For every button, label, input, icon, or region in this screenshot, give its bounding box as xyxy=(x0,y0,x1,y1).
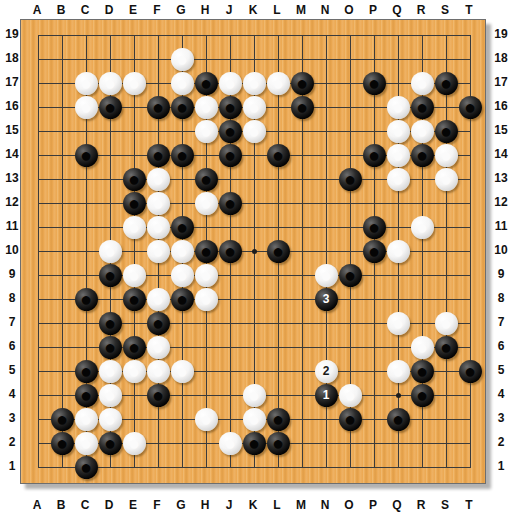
row-label-right: 17 xyxy=(494,75,507,89)
column-label-top: R xyxy=(417,3,426,17)
white-stone-H16[interactable]: ● xyxy=(195,96,218,119)
white-stone-E5[interactable]: ● xyxy=(123,360,146,383)
row-label-left: 2 xyxy=(9,435,16,449)
white-stone-H3[interactable]: ● xyxy=(195,408,218,431)
white-stone-C2[interactable]: ● xyxy=(75,432,98,455)
white-stone-S7[interactable]: ● xyxy=(435,312,458,335)
white-stone-H15[interactable]: ● xyxy=(195,120,218,143)
row-label-left: 12 xyxy=(5,195,18,209)
column-label-bottom: E xyxy=(129,498,137,512)
white-stone-G9[interactable]: ● xyxy=(171,264,194,287)
black-stone-J16[interactable]: ● xyxy=(219,96,242,119)
white-stone-D17[interactable]: ● xyxy=(99,72,122,95)
black-stone-J15[interactable]: ● xyxy=(219,120,242,143)
row-label-left: 14 xyxy=(5,147,18,161)
column-label-top: L xyxy=(273,3,280,17)
column-label-bottom: H xyxy=(201,498,210,512)
black-stone-G16[interactable]: ● xyxy=(171,96,194,119)
row-label-left: 13 xyxy=(5,171,18,185)
row-label-right: 6 xyxy=(498,339,505,353)
white-stone-R11[interactable]: ● xyxy=(411,216,434,239)
black-stone-S6[interactable]: ● xyxy=(435,336,458,359)
column-label-bottom: A xyxy=(33,498,42,512)
black-stone-F7[interactable]: ● xyxy=(147,312,170,335)
column-label-top: F xyxy=(153,3,160,17)
white-stone-C17[interactable]: ● xyxy=(75,72,98,95)
black-stone-F14[interactable]: ● xyxy=(147,144,170,167)
column-label-top: D xyxy=(105,3,114,17)
black-stone-E8[interactable]: ● xyxy=(123,288,146,311)
black-stone-S17[interactable]: ● xyxy=(435,72,458,95)
black-stone-L3[interactable]: ● xyxy=(267,408,290,431)
black-stone-H10[interactable]: ● xyxy=(195,240,218,263)
white-stone-H12[interactable]: ● xyxy=(195,192,218,215)
white-stone-L17[interactable]: ● xyxy=(267,72,290,95)
column-label-bottom: M xyxy=(296,498,306,512)
black-stone-O13[interactable]: ● xyxy=(339,168,362,191)
black-stone-Q3[interactable]: ● xyxy=(387,408,410,431)
black-stone-T5[interactable]: ● xyxy=(459,360,482,383)
black-stone-G8[interactable]: ● xyxy=(171,288,194,311)
column-label-bottom: G xyxy=(176,498,185,512)
black-stone-P10[interactable]: ● xyxy=(363,240,386,263)
column-label-top: C xyxy=(81,3,90,17)
white-stone-D5[interactable]: ● xyxy=(99,360,122,383)
star-point xyxy=(252,249,257,254)
black-stone-C5[interactable]: ● xyxy=(75,360,98,383)
black-stone-R4[interactable]: ● xyxy=(411,384,434,407)
white-stone-D10[interactable]: ● xyxy=(99,240,122,263)
white-stone-Q10[interactable]: ● xyxy=(387,240,410,263)
black-stone-L10[interactable]: ● xyxy=(267,240,290,263)
column-label-top: E xyxy=(129,3,137,17)
white-stone-E9[interactable]: ● xyxy=(123,264,146,287)
black-stone-H13[interactable]: ● xyxy=(195,168,218,191)
black-stone-T16[interactable]: ● xyxy=(459,96,482,119)
column-label-top: A xyxy=(33,3,42,17)
black-stone-O9[interactable]: ● xyxy=(339,264,362,287)
black-stone-R14[interactable]: ● xyxy=(411,144,434,167)
go-board[interactable]: ●●●●●●●●●●●●●●●●●●●●●●●●●●●●●●●●●●●●●●●●… xyxy=(20,19,486,484)
row-label-left: 4 xyxy=(9,387,16,401)
row-label-left: 18 xyxy=(5,51,18,65)
black-stone-C8[interactable]: ● xyxy=(75,288,98,311)
white-stone-R17[interactable]: ● xyxy=(411,72,434,95)
black-stone-D6[interactable]: ● xyxy=(99,336,122,359)
column-label-bottom: O xyxy=(344,498,353,512)
white-stone-G10[interactable]: ● xyxy=(171,240,194,263)
black-stone-H17[interactable]: ● xyxy=(195,72,218,95)
black-stone-J14[interactable]: ● xyxy=(219,144,242,167)
black-stone-F4[interactable]: ● xyxy=(147,384,170,407)
white-stone-S14[interactable]: ● xyxy=(435,144,458,167)
row-label-right: 5 xyxy=(498,363,505,377)
white-stone-N9[interactable]: ● xyxy=(315,264,338,287)
white-stone-F8[interactable]: ● xyxy=(147,288,170,311)
white-stone-J17[interactable]: ● xyxy=(219,72,242,95)
column-label-bottom: T xyxy=(465,498,472,512)
white-stone-F11[interactable]: ● xyxy=(147,216,170,239)
column-label-top: Q xyxy=(392,3,401,17)
white-stone-R15[interactable]: ● xyxy=(411,120,434,143)
row-label-left: 16 xyxy=(5,99,18,113)
white-stone-F13[interactable]: ● xyxy=(147,168,170,191)
white-stone-E2[interactable]: ● xyxy=(123,432,146,455)
row-label-right: 18 xyxy=(494,51,507,65)
black-stone-R16[interactable]: ● xyxy=(411,96,434,119)
white-stone-F12[interactable]: ● xyxy=(147,192,170,215)
white-stone-K15[interactable]: ● xyxy=(243,120,266,143)
black-stone-E12[interactable]: ● xyxy=(123,192,146,215)
black-stone-P11[interactable]: ● xyxy=(363,216,386,239)
white-stone-E11[interactable]: ● xyxy=(123,216,146,239)
black-stone-M16[interactable]: ● xyxy=(291,96,314,119)
row-label-left: 10 xyxy=(5,243,18,257)
white-stone-R6[interactable]: ● xyxy=(411,336,434,359)
white-stone-F6[interactable]: ● xyxy=(147,336,170,359)
black-stone-P17[interactable]: ● xyxy=(363,72,386,95)
white-stone-G18[interactable]: ● xyxy=(171,48,194,71)
row-label-right: 11 xyxy=(495,219,508,233)
row-label-right: 12 xyxy=(494,195,507,209)
column-label-bottom: S xyxy=(441,498,449,512)
black-stone-N8[interactable]: 3 xyxy=(315,288,338,311)
white-stone-Q7[interactable]: ● xyxy=(387,312,410,335)
black-stone-M17[interactable]: ● xyxy=(291,72,314,95)
black-stone-R5[interactable]: ● xyxy=(411,360,434,383)
white-stone-K4[interactable]: ● xyxy=(243,384,266,407)
row-label-right: 10 xyxy=(494,243,507,257)
white-stone-D3[interactable]: ● xyxy=(99,408,122,431)
row-label-right: 19 xyxy=(494,27,507,41)
black-stone-C14[interactable]: ● xyxy=(75,144,98,167)
black-stone-J10[interactable]: ● xyxy=(219,240,242,263)
column-label-bottom: N xyxy=(321,498,330,512)
black-stone-D2[interactable]: ● xyxy=(99,432,122,455)
row-label-right: 3 xyxy=(498,411,505,425)
column-label-top: H xyxy=(201,3,210,17)
column-label-bottom: P xyxy=(369,498,377,512)
column-label-bottom: B xyxy=(57,498,66,512)
row-label-right: 7 xyxy=(498,315,505,329)
column-label-top: B xyxy=(57,3,66,17)
row-label-left: 19 xyxy=(5,27,18,41)
white-stone-O4[interactable]: ● xyxy=(339,384,362,407)
move-number-label: 3 xyxy=(315,288,338,311)
row-label-right: 15 xyxy=(494,123,507,137)
white-stone-K3[interactable]: ● xyxy=(243,408,266,431)
row-label-left: 17 xyxy=(5,75,18,89)
black-stone-L2[interactable]: ● xyxy=(267,432,290,455)
white-stone-Q16[interactable]: ● xyxy=(387,96,410,119)
white-stone-N5[interactable]: 2 xyxy=(315,360,338,383)
row-label-left: 11 xyxy=(6,219,19,233)
black-stone-D9[interactable]: ● xyxy=(99,264,122,287)
black-stone-E6[interactable]: ● xyxy=(123,336,146,359)
column-label-bottom: L xyxy=(273,498,280,512)
black-stone-O3[interactable]: ● xyxy=(339,408,362,431)
column-label-top: M xyxy=(296,3,306,17)
column-label-bottom: Q xyxy=(392,498,401,512)
white-stone-Q14[interactable]: ● xyxy=(387,144,410,167)
white-stone-G5[interactable]: ● xyxy=(171,360,194,383)
white-stone-K16[interactable]: ● xyxy=(243,96,266,119)
column-label-bottom: J xyxy=(226,498,233,512)
black-stone-D16[interactable]: ● xyxy=(99,96,122,119)
white-stone-G17[interactable]: ● xyxy=(171,72,194,95)
column-label-bottom: R xyxy=(417,498,426,512)
column-label-bottom: K xyxy=(249,498,258,512)
white-stone-K17[interactable]: ● xyxy=(243,72,266,95)
black-stone-D7[interactable]: ● xyxy=(99,312,122,335)
white-stone-F5[interactable]: ● xyxy=(147,360,170,383)
black-stone-C1[interactable]: ● xyxy=(75,456,98,479)
white-stone-J2[interactable]: ● xyxy=(219,432,242,455)
white-stone-Q15[interactable]: ● xyxy=(387,120,410,143)
black-stone-N4[interactable]: 1 xyxy=(315,384,338,407)
row-label-left: 6 xyxy=(9,339,16,353)
white-stone-S13[interactable]: ● xyxy=(435,168,458,191)
white-stone-E17[interactable]: ● xyxy=(123,72,146,95)
column-label-bottom: F xyxy=(153,498,160,512)
column-label-top: P xyxy=(369,3,377,17)
row-label-right: 14 xyxy=(494,147,507,161)
white-stone-Q13[interactable]: ● xyxy=(387,168,410,191)
column-label-top: S xyxy=(441,3,449,17)
white-stone-H8[interactable]: ● xyxy=(195,288,218,311)
row-label-right: 8 xyxy=(498,291,505,305)
row-label-left: 9 xyxy=(9,267,16,281)
row-label-left: 8 xyxy=(9,291,16,305)
column-label-bottom: D xyxy=(105,498,114,512)
black-stone-L14[interactable]: ● xyxy=(267,144,290,167)
white-stone-C16[interactable]: ● xyxy=(75,96,98,119)
column-label-top: O xyxy=(344,3,353,17)
column-label-top: J xyxy=(226,3,233,17)
white-stone-F10[interactable]: ● xyxy=(147,240,170,263)
black-stone-B2[interactable]: ● xyxy=(51,432,74,455)
row-label-left: 1 xyxy=(9,459,16,473)
row-label-right: 13 xyxy=(494,171,507,185)
column-label-top: G xyxy=(176,3,185,17)
black-stone-G14[interactable]: ● xyxy=(171,144,194,167)
move-number-label: 2 xyxy=(315,360,338,383)
white-stone-Q5[interactable]: ● xyxy=(387,360,410,383)
row-label-left: 15 xyxy=(5,123,18,137)
column-label-bottom: C xyxy=(81,498,90,512)
star-point xyxy=(396,393,401,398)
column-label-top: N xyxy=(321,3,330,17)
row-label-right: 16 xyxy=(494,99,507,113)
black-stone-C4[interactable]: ● xyxy=(75,384,98,407)
white-stone-C3[interactable]: ● xyxy=(75,408,98,431)
black-stone-F16[interactable]: ● xyxy=(147,96,170,119)
black-stone-G11[interactable]: ● xyxy=(171,216,194,239)
move-number-label: 1 xyxy=(315,384,338,407)
row-label-left: 7 xyxy=(9,315,16,329)
column-label-top: T xyxy=(465,3,472,17)
column-label-top: K xyxy=(249,3,258,17)
row-label-right: 1 xyxy=(498,459,505,473)
black-stone-E13[interactable]: ● xyxy=(123,168,146,191)
black-stone-J12[interactable]: ● xyxy=(219,192,242,215)
row-label-right: 4 xyxy=(498,387,505,401)
white-stone-D4[interactable]: ● xyxy=(99,384,122,407)
black-stone-K2[interactable]: ● xyxy=(243,432,266,455)
black-stone-B3[interactable]: ● xyxy=(51,408,74,431)
black-stone-S15[interactable]: ● xyxy=(435,120,458,143)
white-stone-H9[interactable]: ● xyxy=(195,264,218,287)
row-label-right: 9 xyxy=(498,267,505,281)
black-stone-P14[interactable]: ● xyxy=(363,144,386,167)
row-label-left: 5 xyxy=(9,363,16,377)
row-label-left: 3 xyxy=(9,411,16,425)
row-label-right: 2 xyxy=(498,435,505,449)
